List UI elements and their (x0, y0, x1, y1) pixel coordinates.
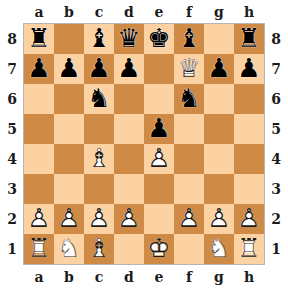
rank-left-label-5: 5 (0, 114, 24, 144)
white-piece-outline: ♘ (54, 234, 84, 264)
rank-right-label-5: 5 (264, 114, 288, 144)
square-b3[interactable] (54, 174, 84, 204)
black-piece-body: ♜ (24, 24, 54, 54)
piece-black-pawn-a7[interactable]: ♟ (24, 54, 54, 84)
file-bottom-label-c: c (84, 269, 114, 285)
piece-white-knight-b1[interactable]: ♞♘ (54, 234, 84, 264)
piece-black-pawn-c7[interactable]: ♟ (84, 54, 114, 84)
square-b7[interactable]: ♟ (54, 54, 84, 84)
square-c5[interactable] (84, 114, 114, 144)
square-g5[interactable] (204, 114, 234, 144)
file-bottom-label-a: a (24, 269, 54, 285)
file-top-label-f: f (174, 4, 204, 20)
square-g3[interactable] (204, 174, 234, 204)
square-d3[interactable] (114, 174, 144, 204)
square-f3[interactable] (174, 174, 204, 204)
square-a1[interactable]: ♜♖ (24, 234, 54, 264)
rank-right-label-3: 3 (264, 174, 288, 204)
black-piece-body: ♛ (114, 24, 144, 54)
file-bottom-label-h: h (234, 269, 264, 285)
square-f6[interactable]: ♞ (174, 84, 204, 114)
square-h4[interactable] (234, 144, 264, 174)
rank-right-label-7: 7 (264, 54, 288, 84)
file-bottom-label-f: f (174, 269, 204, 285)
square-g7[interactable]: ♟ (204, 54, 234, 84)
rank-left-label-6: 6 (0, 84, 24, 114)
black-piece-body: ♟ (204, 54, 234, 84)
square-c8[interactable]: ♝ (84, 24, 114, 54)
square-e2[interactable] (144, 204, 174, 234)
rank-left-label-2: 2 (0, 204, 24, 234)
piece-black-knight-f6[interactable]: ♞ (174, 84, 204, 114)
square-e5[interactable]: ♟ (144, 114, 174, 144)
square-a3[interactable] (24, 174, 54, 204)
piece-white-king-e1[interactable]: ♚♔ (144, 234, 174, 264)
square-d1[interactable] (114, 234, 144, 264)
piece-black-bishop-f8[interactable]: ♝ (174, 24, 204, 54)
piece-white-rook-h1[interactable]: ♜♖ (234, 234, 264, 264)
square-c2[interactable]: ♟♙ (84, 204, 114, 234)
piece-white-pawn-b2[interactable]: ♟♙ (54, 204, 84, 234)
black-piece-body: ♞ (84, 84, 114, 114)
square-g6[interactable] (204, 84, 234, 114)
square-d8[interactable]: ♛ (114, 24, 144, 54)
file-top-label-d: d (114, 4, 144, 20)
piece-white-pawn-e4[interactable]: ♟♙ (144, 144, 174, 174)
square-d6[interactable] (114, 84, 144, 114)
square-e7[interactable] (144, 54, 174, 84)
rank-right-label-6: 6 (264, 84, 288, 114)
rank-left-label-3: 3 (0, 174, 24, 204)
square-g2[interactable]: ♟♙ (204, 204, 234, 234)
square-a8[interactable]: ♜ (24, 24, 54, 54)
piece-black-pawn-b7[interactable]: ♟ (54, 54, 84, 84)
square-d4[interactable] (114, 144, 144, 174)
square-c1[interactable]: ♝♗ (84, 234, 114, 264)
piece-white-bishop-c4[interactable]: ♝♗ (84, 144, 114, 174)
black-piece-body: ♜ (234, 24, 264, 54)
piece-white-knight-g1[interactable]: ♞♘ (204, 234, 234, 264)
piece-black-king-e8[interactable]: ♚ (144, 24, 174, 54)
white-piece-outline: ♙ (144, 144, 174, 174)
square-a2[interactable]: ♟♙ (24, 204, 54, 234)
square-g1[interactable]: ♞♘ (204, 234, 234, 264)
piece-white-pawn-a2[interactable]: ♟♙ (24, 204, 54, 234)
white-piece-outline: ♖ (234, 234, 264, 264)
piece-black-bishop-c8[interactable]: ♝ (84, 24, 114, 54)
square-h2[interactable]: ♟♙ (234, 204, 264, 234)
square-a5[interactable] (24, 114, 54, 144)
square-e8[interactable]: ♚ (144, 24, 174, 54)
square-b4[interactable] (54, 144, 84, 174)
square-b6[interactable] (54, 84, 84, 114)
rank-right-label-4: 4 (264, 144, 288, 174)
rank-left-label-7: 7 (0, 54, 24, 84)
white-piece-outline: ♔ (144, 234, 174, 264)
white-piece-outline: ♙ (114, 204, 144, 234)
square-e6[interactable] (144, 84, 174, 114)
square-f4[interactable] (174, 144, 204, 174)
white-piece-outline: ♖ (24, 234, 54, 264)
rank-right-label-2: 2 (264, 204, 288, 234)
piece-black-pawn-d7[interactable]: ♟ (114, 54, 144, 84)
white-piece-outline: ♕ (174, 54, 204, 84)
white-piece-outline: ♙ (84, 204, 114, 234)
black-piece-body: ♟ (114, 54, 144, 84)
square-a6[interactable] (24, 84, 54, 114)
file-bottom-label-g: g (204, 269, 234, 285)
file-labels-top: abcdefgh (24, 0, 264, 24)
rank-right-label-8: 8 (264, 24, 288, 54)
piece-black-pawn-g7[interactable]: ♟ (204, 54, 234, 84)
rank-labels-right: 87654321 (264, 24, 288, 264)
chess-diagram: abcdefgh 87654321 87654321 ♜♝♛♚♝♜♟♟♟♟♛♕♟… (0, 0, 288, 290)
square-g8[interactable] (204, 24, 234, 54)
file-bottom-label-b: b (54, 269, 84, 285)
rank-left-label-8: 8 (0, 24, 24, 54)
square-a7[interactable]: ♟ (24, 54, 54, 84)
file-top-label-g: g (204, 4, 234, 20)
piece-white-queen-f7[interactable]: ♛♕ (174, 54, 204, 84)
file-bottom-label-e: e (144, 269, 174, 285)
square-e1[interactable]: ♚♔ (144, 234, 174, 264)
black-piece-body: ♞ (174, 84, 204, 114)
square-b2[interactable]: ♟♙ (54, 204, 84, 234)
square-h1[interactable]: ♜♖ (234, 234, 264, 264)
square-b5[interactable] (54, 114, 84, 144)
rank-left-label-1: 1 (0, 234, 24, 264)
piece-white-pawn-g2[interactable]: ♟♙ (204, 204, 234, 234)
white-piece-outline: ♙ (234, 204, 264, 234)
black-piece-body: ♟ (84, 54, 114, 84)
square-f5[interactable] (174, 114, 204, 144)
square-b1[interactable]: ♞♘ (54, 234, 84, 264)
piece-black-pawn-h7[interactable]: ♟ (234, 54, 264, 84)
square-g4[interactable] (204, 144, 234, 174)
piece-black-rook-a8[interactable]: ♜ (24, 24, 54, 54)
square-e3[interactable] (144, 174, 174, 204)
white-piece-outline: ♙ (174, 204, 204, 234)
white-piece-outline: ♘ (204, 234, 234, 264)
white-piece-outline: ♙ (204, 204, 234, 234)
black-piece-body: ♟ (234, 54, 264, 84)
piece-black-queen-d8[interactable]: ♛ (114, 24, 144, 54)
black-piece-body: ♝ (84, 24, 114, 54)
file-top-label-b: b (54, 4, 84, 20)
black-piece-body: ♟ (144, 114, 174, 144)
piece-white-bishop-c1[interactable]: ♝♗ (84, 234, 114, 264)
square-d7[interactable]: ♟ (114, 54, 144, 84)
square-h8[interactable]: ♜ (234, 24, 264, 54)
file-labels-bottom: abcdefgh (24, 264, 264, 290)
square-h5[interactable] (234, 114, 264, 144)
white-piece-outline: ♙ (54, 204, 84, 234)
piece-black-rook-h8[interactable]: ♜ (234, 24, 264, 54)
file-top-label-h: h (234, 4, 264, 20)
piece-white-pawn-f2[interactable]: ♟♙ (174, 204, 204, 234)
rank-labels-left: 87654321 (0, 24, 24, 264)
rank-left-label-4: 4 (0, 144, 24, 174)
square-a4[interactable] (24, 144, 54, 174)
file-top-label-e: e (144, 4, 174, 20)
square-c4[interactable]: ♝♗ (84, 144, 114, 174)
square-d5[interactable] (114, 114, 144, 144)
file-top-label-c: c (84, 4, 114, 20)
white-piece-outline: ♗ (84, 144, 114, 174)
black-piece-body: ♝ (174, 24, 204, 54)
piece-white-pawn-d2[interactable]: ♟♙ (114, 204, 144, 234)
square-f1[interactable] (174, 234, 204, 264)
square-h3[interactable] (234, 174, 264, 204)
white-piece-outline: ♙ (24, 204, 54, 234)
square-h7[interactable]: ♟ (234, 54, 264, 84)
piece-black-pawn-e5[interactable]: ♟ (144, 114, 174, 144)
black-piece-body: ♟ (24, 54, 54, 84)
square-f7[interactable]: ♛♕ (174, 54, 204, 84)
square-e4[interactable]: ♟♙ (144, 144, 174, 174)
white-piece-outline: ♗ (84, 234, 114, 264)
square-c3[interactable] (84, 174, 114, 204)
piece-white-pawn-c2[interactable]: ♟♙ (84, 204, 114, 234)
square-b8[interactable] (54, 24, 84, 54)
black-piece-body: ♚ (144, 24, 174, 54)
square-d2[interactable]: ♟♙ (114, 204, 144, 234)
piece-black-knight-c6[interactable]: ♞ (84, 84, 114, 114)
piece-white-pawn-h2[interactable]: ♟♙ (234, 204, 264, 234)
square-c7[interactable]: ♟ (84, 54, 114, 84)
square-f8[interactable]: ♝ (174, 24, 204, 54)
black-piece-body: ♟ (54, 54, 84, 84)
square-f2[interactable]: ♟♙ (174, 204, 204, 234)
piece-white-rook-a1[interactable]: ♜♖ (24, 234, 54, 264)
file-top-label-a: a (24, 4, 54, 20)
rank-right-label-1: 1 (264, 234, 288, 264)
square-c6[interactable]: ♞ (84, 84, 114, 114)
file-bottom-label-d: d (114, 269, 144, 285)
chess-board[interactable]: ♜♝♛♚♝♜♟♟♟♟♛♕♟♟♞♞♟♝♗♟♙♟♙♟♙♟♙♟♙♟♙♟♙♟♙♜♖♞♘♝… (24, 24, 264, 264)
square-h6[interactable] (234, 84, 264, 114)
